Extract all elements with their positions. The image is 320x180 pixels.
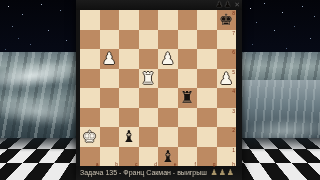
square-g7[interactable] xyxy=(197,30,217,50)
square-f3[interactable] xyxy=(178,108,198,128)
rank-label-6: 6 xyxy=(232,49,235,55)
square-b5[interactable] xyxy=(100,69,120,89)
square-d1[interactable]: d xyxy=(139,147,159,167)
square-g6[interactable] xyxy=(197,49,217,69)
square-h2[interactable]: 2 xyxy=(217,127,237,147)
board-wrapper: 8♚7♟♟6♜5♟♜43♚♝2abcde♝fgh1 xyxy=(80,10,236,166)
square-d8[interactable] xyxy=(139,10,159,30)
file-label-a: a xyxy=(96,161,99,167)
square-d3[interactable] xyxy=(139,108,159,128)
square-b4[interactable] xyxy=(100,88,120,108)
white-pawn-icon: ♟ xyxy=(210,169,217,177)
square-e4[interactable] xyxy=(158,88,178,108)
chess-board: 8♚7♟♟6♜5♟♜43♚♝2abcde♝fgh1 xyxy=(80,10,236,166)
square-c6[interactable] xyxy=(119,49,139,69)
square-c3[interactable] xyxy=(119,108,139,128)
caption-bar: Задача 135 - Франц Сакман - выигрыш ♟ ♟ … xyxy=(76,166,242,180)
square-h7[interactable]: 7 xyxy=(217,30,237,50)
piece-white-pawn[interactable]: ♟ xyxy=(100,49,120,69)
rank-label-4: 4 xyxy=(232,88,235,94)
square-c8[interactable] xyxy=(119,10,139,30)
puzzle-title: Задача 135 - Франц Сакман - выигрыш xyxy=(80,169,209,177)
square-h5[interactable]: 5♟ xyxy=(217,69,237,89)
rank-label-5: 5 xyxy=(232,69,235,75)
square-f1[interactable]: f xyxy=(178,147,198,167)
square-f2[interactable] xyxy=(178,127,198,147)
square-a8[interactable] xyxy=(80,10,100,30)
black-pawn-icon: ♟ xyxy=(216,1,223,9)
white-pawn-icon: ♟ xyxy=(219,169,226,177)
file-label-f: f xyxy=(195,161,196,167)
square-h4[interactable]: 4 xyxy=(217,88,237,108)
square-b7[interactable] xyxy=(100,30,120,50)
square-f8[interactable] xyxy=(178,10,198,30)
file-label-h: h xyxy=(232,161,235,167)
square-c4[interactable] xyxy=(119,88,139,108)
file-label-c: c xyxy=(135,161,138,167)
square-c5[interactable] xyxy=(119,69,139,89)
square-c2[interactable]: ♝ xyxy=(119,127,139,147)
rank-label-2: 2 xyxy=(232,127,235,133)
file-label-g: g xyxy=(213,161,216,167)
square-d7[interactable] xyxy=(139,30,159,50)
square-d6[interactable] xyxy=(139,49,159,69)
square-a5[interactable] xyxy=(80,69,100,89)
piece-white-rook[interactable]: ♜ xyxy=(139,69,159,89)
file-label-d: d xyxy=(154,161,157,167)
square-b8[interactable] xyxy=(100,10,120,30)
square-f4[interactable]: ♜ xyxy=(178,88,198,108)
square-f6[interactable] xyxy=(178,49,198,69)
white-pawn-icon: ♟ xyxy=(227,169,234,177)
close-icon[interactable]: ✕ xyxy=(234,1,240,9)
square-b3[interactable] xyxy=(100,108,120,128)
square-e8[interactable] xyxy=(158,10,178,30)
square-c7[interactable] xyxy=(119,30,139,50)
square-h8[interactable]: 8♚ xyxy=(217,10,237,30)
square-h6[interactable]: 6 xyxy=(217,49,237,69)
file-label-e: e xyxy=(174,161,177,167)
square-e6[interactable]: ♟ xyxy=(158,49,178,69)
square-g4[interactable] xyxy=(197,88,217,108)
black-pawn-icon: ♟ xyxy=(224,1,231,9)
square-a3[interactable] xyxy=(80,108,100,128)
square-b6[interactable]: ♟ xyxy=(100,49,120,69)
piece-white-pawn[interactable]: ♟ xyxy=(158,49,178,69)
square-d5[interactable]: ♜ xyxy=(139,69,159,89)
square-a4[interactable] xyxy=(80,88,100,108)
square-a1[interactable]: a xyxy=(80,147,100,167)
square-a2[interactable]: ♚ xyxy=(80,127,100,147)
stars-left xyxy=(0,0,1,1)
square-e5[interactable] xyxy=(158,69,178,89)
square-h3[interactable]: 3 xyxy=(217,108,237,128)
square-d4[interactable] xyxy=(139,88,159,108)
piece-black-bishop[interactable]: ♝ xyxy=(119,127,139,147)
square-e1[interactable]: e♝ xyxy=(158,147,178,167)
square-f7[interactable] xyxy=(178,30,198,50)
square-g2[interactable] xyxy=(197,127,217,147)
file-label-b: b xyxy=(115,161,118,167)
rank-label-1: 1 xyxy=(232,147,235,153)
square-c1[interactable]: c xyxy=(119,147,139,167)
square-e2[interactable] xyxy=(158,127,178,147)
rank-label-8: 8 xyxy=(232,10,235,16)
piece-white-king[interactable]: ♚ xyxy=(80,127,100,147)
square-e7[interactable] xyxy=(158,30,178,50)
square-b2[interactable] xyxy=(100,127,120,147)
square-g3[interactable] xyxy=(197,108,217,128)
piece-black-rook[interactable]: ♜ xyxy=(178,88,198,108)
rank-label-7: 7 xyxy=(232,30,235,36)
rank-label-3: 3 xyxy=(232,108,235,114)
square-f5[interactable] xyxy=(178,69,198,89)
square-g5[interactable] xyxy=(197,69,217,89)
window-topbar: ♟ ♟ ✕ xyxy=(76,0,242,10)
square-a6[interactable] xyxy=(80,49,100,69)
square-b1[interactable]: b xyxy=(100,147,120,167)
square-g8[interactable] xyxy=(197,10,217,30)
screenshot-root: ♟ ♟ ✕ 8♚7♟♟6♜5♟♜43♚♝2abcde♝fgh1 Задача 1… xyxy=(0,0,320,180)
square-a7[interactable] xyxy=(80,30,100,50)
square-e3[interactable] xyxy=(158,108,178,128)
stars-right xyxy=(244,0,245,1)
square-g1[interactable]: g xyxy=(197,147,217,167)
square-h1[interactable]: h1 xyxy=(217,147,237,167)
square-d2[interactable] xyxy=(139,127,159,147)
puzzle-window: ♟ ♟ ✕ 8♚7♟♟6♜5♟♜43♚♝2abcde♝fgh1 Задача 1… xyxy=(76,0,242,180)
